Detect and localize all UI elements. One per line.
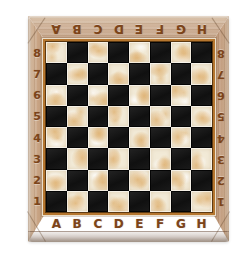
square-h8[interactable] [191,42,212,63]
square-e8[interactable] [129,42,150,63]
square-b6[interactable] [67,85,88,106]
square-b3[interactable] [67,148,88,169]
square-c7[interactable] [88,63,109,84]
square-g1[interactable] [171,191,192,212]
square-g4[interactable] [171,127,192,148]
square-a5[interactable] [46,106,67,127]
square-h1[interactable] [191,191,212,212]
square-b5[interactable] [67,106,88,127]
square-c2[interactable] [88,170,109,191]
frame-left [28,16,46,242]
square-d3[interactable] [108,148,129,169]
square-a8[interactable] [46,42,67,63]
square-g2[interactable] [171,170,192,191]
square-b8[interactable] [67,42,88,63]
square-a7[interactable] [46,63,67,84]
square-h4[interactable] [191,127,212,148]
square-h7[interactable] [191,63,212,84]
square-c3[interactable] [88,148,109,169]
square-e3[interactable] [129,148,150,169]
square-e6[interactable] [129,85,150,106]
square-a2[interactable] [46,170,67,191]
square-b4[interactable] [67,127,88,148]
square-b7[interactable] [67,63,88,84]
square-c6[interactable] [88,85,109,106]
frame-bottom [28,212,229,242]
square-e4[interactable] [129,127,150,148]
square-d6[interactable] [108,85,129,106]
square-e5[interactable] [129,106,150,127]
square-f6[interactable] [150,85,171,106]
square-f5[interactable] [150,106,171,127]
square-d5[interactable] [108,106,129,127]
frame-top [28,16,229,42]
square-c8[interactable] [88,42,109,63]
square-d8[interactable] [108,42,129,63]
square-h5[interactable] [191,106,212,127]
frame-right [212,16,229,242]
square-a4[interactable] [46,127,67,148]
square-a3[interactable] [46,148,67,169]
square-h3[interactable] [191,148,212,169]
square-c4[interactable] [88,127,109,148]
square-e2[interactable] [129,170,150,191]
chess-board: ABCDEFGHABCDEFGH8765432187654321 [28,16,229,242]
square-g3[interactable] [171,148,192,169]
square-g7[interactable] [171,63,192,84]
square-c5[interactable] [88,106,109,127]
square-g6[interactable] [171,85,192,106]
square-c1[interactable] [88,191,109,212]
square-f7[interactable] [150,63,171,84]
square-e1[interactable] [129,191,150,212]
square-f4[interactable] [150,127,171,148]
square-d2[interactable] [108,170,129,191]
square-d1[interactable] [108,191,129,212]
square-a1[interactable] [46,191,67,212]
square-f2[interactable] [150,170,171,191]
square-h6[interactable] [191,85,212,106]
square-f1[interactable] [150,191,171,212]
square-f8[interactable] [150,42,171,63]
square-d4[interactable] [108,127,129,148]
square-g8[interactable] [171,42,192,63]
square-b1[interactable] [67,191,88,212]
square-g5[interactable] [171,106,192,127]
square-e7[interactable] [129,63,150,84]
square-d7[interactable] [108,63,129,84]
board-grid [46,42,212,212]
square-f3[interactable] [150,148,171,169]
square-b2[interactable] [67,170,88,191]
square-h2[interactable] [191,170,212,191]
square-a6[interactable] [46,85,67,106]
